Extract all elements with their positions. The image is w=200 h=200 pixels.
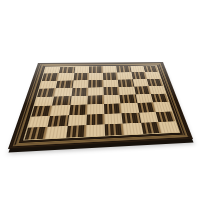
square-h1 (158, 121, 179, 133)
square-d1 (86, 124, 105, 137)
photo-background (0, 0, 200, 200)
square-c1 (66, 125, 86, 138)
board-grid (25, 66, 179, 140)
square-b1 (45, 126, 67, 139)
square-e1 (105, 123, 124, 135)
square-f1 (123, 123, 143, 135)
chess-board (8, 62, 193, 149)
